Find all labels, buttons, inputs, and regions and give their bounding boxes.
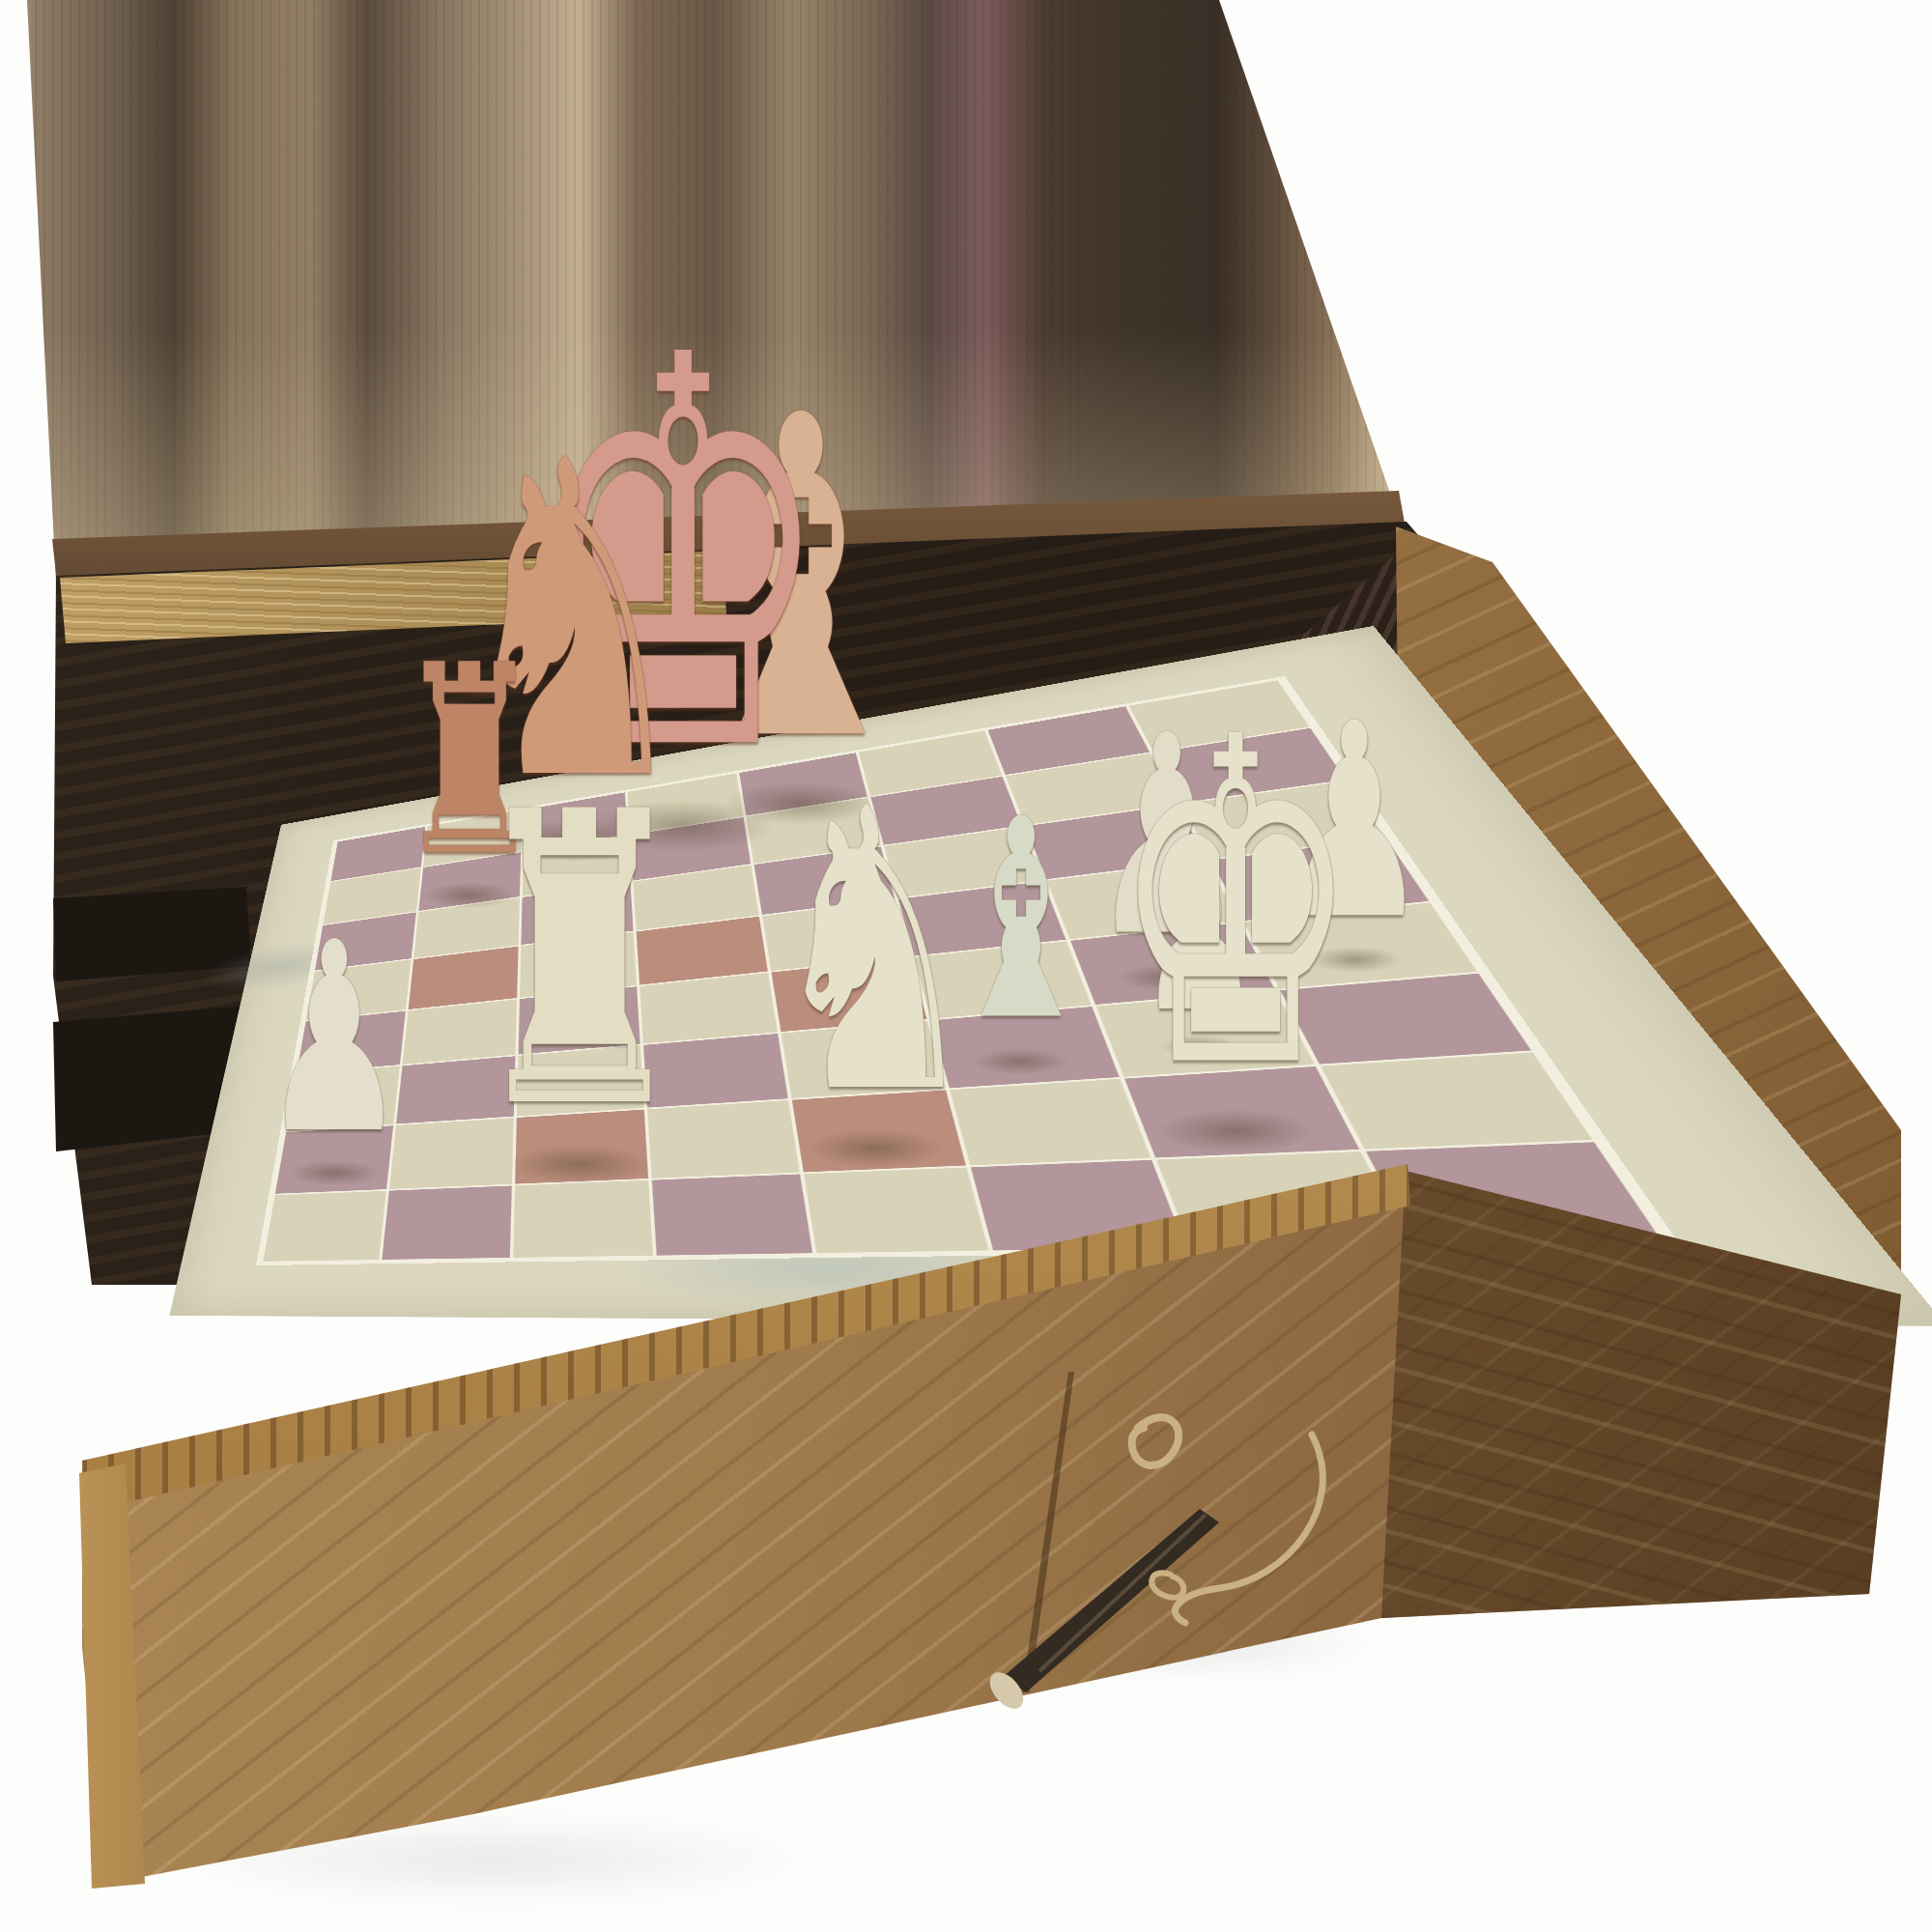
rook-glyph: ♜ <box>468 760 692 1163</box>
knight-glyph: ♞ <box>766 757 982 1147</box>
square-e1[interactable] <box>803 1167 988 1253</box>
piece-cream-rook-c2[interactable]: ♜ <box>399 760 760 1163</box>
chess-set-photo: ♜♞♚♝♟♜♞♚♝♟♟♟ <box>0 0 1932 1932</box>
piece-cream-pawn-a2[interactable]: ♟ <box>217 908 452 1170</box>
piece-cream-king-g2[interactable]: ♚ <box>1034 681 1436 1130</box>
pawn-glyph: ♟ <box>262 908 408 1170</box>
twine-knot <box>1151 1573 1183 1597</box>
square-a1[interactable] <box>263 1191 386 1262</box>
twine-latch[interactable] <box>947 1352 1381 1835</box>
twine-hole-loop <box>1132 1417 1179 1465</box>
square-b1[interactable] <box>383 1185 512 1260</box>
king-glyph: ♚ <box>1111 681 1360 1130</box>
